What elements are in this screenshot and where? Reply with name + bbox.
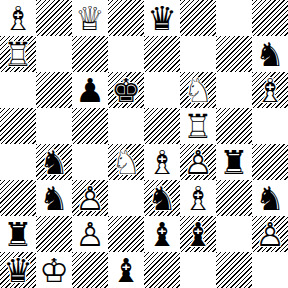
white-pawn-icon: ♙: [72, 216, 108, 252]
piece-white-rook: ♜♖: [180, 108, 216, 144]
square-d4[interactable]: ♞♘: [108, 144, 144, 180]
square-b1[interactable]: ♚♔: [36, 252, 72, 288]
square-a3[interactable]: [0, 180, 36, 216]
piece-black-knight: ♞♞: [252, 36, 288, 72]
black-bishop-icon: ♝: [180, 216, 216, 252]
square-c1[interactable]: [72, 252, 108, 288]
square-f8[interactable]: [180, 0, 216, 36]
white-bishop-icon: ♗: [180, 180, 216, 216]
square-e7[interactable]: [144, 36, 180, 72]
piece-white-pawn: ♟♙: [72, 180, 108, 216]
black-knight-icon: ♞: [252, 180, 288, 216]
piece-black-knight: ♞♞: [36, 180, 72, 216]
piece-white-queen: ♛♕: [72, 0, 108, 36]
chess-board: ♝♗♛♕♛♛♜♖♞♞♟♟♚♚♞♘♝♗♜♖♞♞♞♘♝♗♟♙♜♜♞♞♟♙♞♞♝♗♞♞…: [0, 0, 288, 288]
piece-black-queen: ♛♛: [0, 252, 36, 288]
black-knight-icon: ♞: [144, 180, 180, 216]
square-b3[interactable]: ♞♞: [36, 180, 72, 216]
black-queen-icon: ♛: [144, 0, 180, 36]
square-h7[interactable]: ♞♞: [252, 36, 288, 72]
square-e8[interactable]: ♛♛: [144, 0, 180, 36]
square-g2[interactable]: [216, 216, 252, 252]
piece-white-bishop: ♝♗: [144, 144, 180, 180]
piece-black-knight: ♞♞: [36, 144, 72, 180]
square-f6[interactable]: ♞♘: [180, 72, 216, 108]
square-f5[interactable]: ♜♖: [180, 108, 216, 144]
white-knight-icon: ♘: [180, 72, 216, 108]
square-c6[interactable]: ♟♟: [72, 72, 108, 108]
square-d6[interactable]: ♚♚: [108, 72, 144, 108]
piece-black-queen: ♛♛: [144, 0, 180, 36]
square-f7[interactable]: [180, 36, 216, 72]
square-h6[interactable]: ♝♗: [252, 72, 288, 108]
square-g7[interactable]: [216, 36, 252, 72]
square-g4[interactable]: ♜♜: [216, 144, 252, 180]
square-b5[interactable]: [36, 108, 72, 144]
square-h5[interactable]: [252, 108, 288, 144]
black-rook-icon: ♜: [216, 144, 252, 180]
square-c8[interactable]: ♛♕: [72, 0, 108, 36]
white-bishop-icon: ♗: [0, 0, 36, 36]
white-pawn-icon: ♙: [180, 144, 216, 180]
square-a6[interactable]: [0, 72, 36, 108]
white-pawn-icon: ♙: [252, 216, 288, 252]
black-bishop-icon: ♝: [108, 252, 144, 288]
black-bishop-icon: ♝: [144, 216, 180, 252]
piece-white-pawn: ♟♙: [72, 216, 108, 252]
square-g6[interactable]: [216, 72, 252, 108]
white-queen-icon: ♕: [72, 0, 108, 36]
square-g3[interactable]: [216, 180, 252, 216]
piece-black-pawn: ♟♟: [72, 72, 108, 108]
square-e1[interactable]: [144, 252, 180, 288]
piece-black-knight: ♞♞: [252, 180, 288, 216]
piece-white-bishop: ♝♗: [0, 0, 36, 36]
square-h3[interactable]: ♞♞: [252, 180, 288, 216]
square-b7[interactable]: [36, 36, 72, 72]
black-knight-icon: ♞: [36, 144, 72, 180]
piece-white-knight: ♞♘: [180, 72, 216, 108]
square-b8[interactable]: [36, 0, 72, 36]
piece-black-bishop: ♝♝: [180, 216, 216, 252]
white-pawn-icon: ♙: [72, 180, 108, 216]
square-d8[interactable]: [108, 0, 144, 36]
square-b4[interactable]: ♞♞: [36, 144, 72, 180]
black-knight-icon: ♞: [252, 36, 288, 72]
piece-black-rook: ♜♜: [216, 144, 252, 180]
square-f2[interactable]: ♝♝: [180, 216, 216, 252]
square-d1[interactable]: ♝♝: [108, 252, 144, 288]
white-rook-icon: ♖: [180, 108, 216, 144]
square-c3[interactable]: ♟♙: [72, 180, 108, 216]
white-bishop-icon: ♗: [144, 144, 180, 180]
square-h2[interactable]: ♟♙: [252, 216, 288, 252]
square-e4[interactable]: ♝♗: [144, 144, 180, 180]
white-knight-icon: ♘: [108, 144, 144, 180]
square-e6[interactable]: [144, 72, 180, 108]
square-e5[interactable]: [144, 108, 180, 144]
square-a2[interactable]: ♜♜: [0, 216, 36, 252]
piece-white-bishop: ♝♗: [252, 72, 288, 108]
square-d7[interactable]: [108, 36, 144, 72]
square-c4[interactable]: [72, 144, 108, 180]
piece-black-rook: ♜♜: [0, 216, 36, 252]
piece-black-bishop: ♝♝: [144, 216, 180, 252]
square-h1[interactable]: [252, 252, 288, 288]
piece-white-bishop: ♝♗: [180, 180, 216, 216]
square-b2[interactable]: [36, 216, 72, 252]
square-e3[interactable]: ♞♞: [144, 180, 180, 216]
square-a4[interactable]: [0, 144, 36, 180]
white-king-icon: ♔: [36, 252, 72, 288]
piece-black-bishop: ♝♝: [108, 252, 144, 288]
square-c2[interactable]: ♟♙: [72, 216, 108, 252]
square-c5[interactable]: [72, 108, 108, 144]
square-a7[interactable]: ♜♖: [0, 36, 36, 72]
square-g8[interactable]: [216, 0, 252, 36]
square-h8[interactable]: [252, 0, 288, 36]
piece-white-pawn: ♟♙: [180, 144, 216, 180]
piece-white-pawn: ♟♙: [252, 216, 288, 252]
black-queen-icon: ♛: [0, 252, 36, 288]
square-c7[interactable]: [72, 36, 108, 72]
square-f3[interactable]: ♝♗: [180, 180, 216, 216]
white-bishop-icon: ♗: [252, 72, 288, 108]
square-h4[interactable]: [252, 144, 288, 180]
piece-white-king: ♚♔: [36, 252, 72, 288]
square-e2[interactable]: ♝♝: [144, 216, 180, 252]
square-g5[interactable]: [216, 108, 252, 144]
square-d5[interactable]: [108, 108, 144, 144]
black-rook-icon: ♜: [0, 216, 36, 252]
square-a1[interactable]: ♛♛: [0, 252, 36, 288]
black-knight-icon: ♞: [36, 180, 72, 216]
piece-black-knight: ♞♞: [144, 180, 180, 216]
square-b6[interactable]: [36, 72, 72, 108]
square-a8[interactable]: ♝♗: [0, 0, 36, 36]
piece-white-rook: ♜♖: [0, 36, 36, 72]
square-f4[interactable]: ♟♙: [180, 144, 216, 180]
square-a5[interactable]: [0, 108, 36, 144]
piece-white-knight: ♞♘: [108, 144, 144, 180]
square-d2[interactable]: [108, 216, 144, 252]
square-g1[interactable]: [216, 252, 252, 288]
white-rook-icon: ♖: [0, 36, 36, 72]
square-f1[interactable]: [180, 252, 216, 288]
square-d3[interactable]: [108, 180, 144, 216]
black-pawn-icon: ♟: [72, 72, 108, 108]
black-king-icon: ♚: [108, 72, 144, 108]
piece-black-king: ♚♚: [108, 72, 144, 108]
